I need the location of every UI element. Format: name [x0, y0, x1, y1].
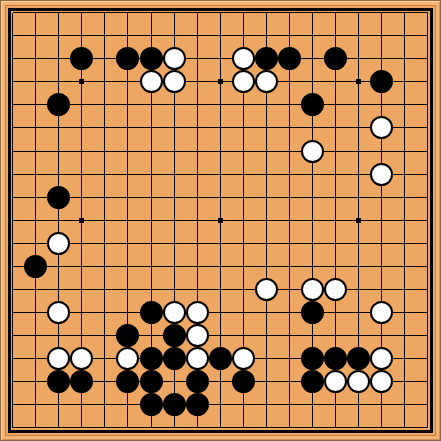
- grid-line-vertical: [427, 13, 428, 428]
- black-stone: [186, 370, 209, 393]
- black-stone: [163, 393, 186, 416]
- white-stone: [186, 301, 209, 324]
- black-stone: [232, 370, 255, 393]
- white-stone: [370, 163, 393, 186]
- grid-line-horizontal: [13, 427, 428, 428]
- white-stone: [70, 347, 93, 370]
- white-stone: [140, 70, 163, 93]
- black-stone: [209, 347, 232, 370]
- grid-line-horizontal: [13, 266, 428, 267]
- grid-line-vertical: [289, 13, 290, 428]
- white-stone: [47, 232, 70, 255]
- black-stone: [324, 47, 347, 70]
- black-stone: [116, 370, 139, 393]
- black-stone: [70, 47, 93, 70]
- black-stone: [301, 347, 324, 370]
- black-stone: [301, 370, 324, 393]
- black-stone: [140, 47, 163, 70]
- black-stone: [47, 93, 70, 116]
- star-point: [79, 218, 84, 223]
- grid-line-vertical: [404, 13, 405, 428]
- black-stone: [140, 301, 163, 324]
- black-stone: [278, 47, 301, 70]
- black-stone: [140, 370, 163, 393]
- white-stone: [163, 301, 186, 324]
- white-stone: [255, 70, 278, 93]
- grid-line-horizontal: [13, 243, 428, 244]
- go-board: [0, 0, 441, 441]
- black-stone: [116, 47, 139, 70]
- white-stone: [232, 47, 255, 70]
- black-stone: [186, 393, 209, 416]
- grid-line-horizontal: [13, 335, 428, 336]
- white-stone: [186, 347, 209, 370]
- white-stone: [232, 347, 255, 370]
- black-stone: [301, 301, 324, 324]
- grid-line-horizontal: [13, 404, 428, 405]
- grid-line-horizontal: [13, 289, 428, 290]
- black-stone: [163, 324, 186, 347]
- white-stone: [347, 370, 370, 393]
- black-stone: [324, 347, 347, 370]
- go-diagram: [0, 0, 441, 441]
- star-point: [218, 79, 223, 84]
- white-stone: [255, 278, 278, 301]
- star-point: [356, 79, 361, 84]
- star-point: [79, 79, 84, 84]
- black-stone: [163, 347, 186, 370]
- black-stone: [347, 347, 370, 370]
- white-stone: [370, 370, 393, 393]
- white-stone: [324, 370, 347, 393]
- white-stone: [370, 301, 393, 324]
- black-stone: [24, 255, 47, 278]
- white-stone: [232, 70, 255, 93]
- white-stone: [370, 116, 393, 139]
- black-stone: [47, 186, 70, 209]
- star-point: [218, 218, 223, 223]
- white-stone: [47, 347, 70, 370]
- white-stone: [116, 347, 139, 370]
- black-stone: [301, 93, 324, 116]
- black-stone: [255, 47, 278, 70]
- white-stone: [186, 324, 209, 347]
- white-stone: [324, 278, 347, 301]
- white-stone: [301, 278, 324, 301]
- black-stone: [140, 393, 163, 416]
- white-stone: [370, 347, 393, 370]
- black-stone: [70, 370, 93, 393]
- white-stone: [47, 301, 70, 324]
- star-point: [356, 218, 361, 223]
- black-stone: [370, 70, 393, 93]
- black-stone: [140, 347, 163, 370]
- white-stone: [163, 70, 186, 93]
- black-stone: [47, 370, 70, 393]
- white-stone: [301, 140, 324, 163]
- black-stone: [116, 324, 139, 347]
- grid-line-horizontal: [13, 312, 428, 313]
- white-stone: [163, 47, 186, 70]
